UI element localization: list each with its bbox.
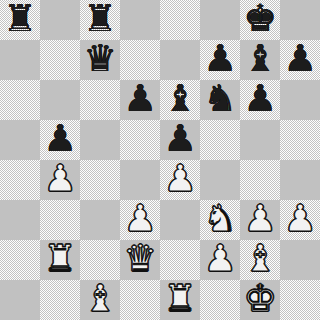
- piece-white-pawn[interactable]: ♟: [283, 200, 316, 239]
- square-f5[interactable]: [200, 120, 240, 160]
- square-g1[interactable]: ♚: [240, 280, 280, 320]
- square-d5[interactable]: [120, 120, 160, 160]
- square-a2[interactable]: [0, 240, 40, 280]
- square-c3[interactable]: [80, 200, 120, 240]
- square-a4[interactable]: [0, 160, 40, 200]
- square-e4[interactable]: ♟: [160, 160, 200, 200]
- square-h7[interactable]: ♟: [280, 40, 320, 80]
- square-f6[interactable]: ♞: [200, 80, 240, 120]
- piece-white-knight[interactable]: ♞: [203, 200, 236, 239]
- piece-white-pawn[interactable]: ♟: [163, 160, 196, 199]
- square-b8[interactable]: [40, 0, 80, 40]
- piece-black-pawn[interactable]: ♟: [203, 40, 236, 79]
- square-f1[interactable]: [200, 280, 240, 320]
- square-h3[interactable]: ♟: [280, 200, 320, 240]
- square-f8[interactable]: [200, 0, 240, 40]
- square-d4[interactable]: [120, 160, 160, 200]
- square-c1[interactable]: ♝: [80, 280, 120, 320]
- square-g2[interactable]: ♝: [240, 240, 280, 280]
- square-a3[interactable]: [0, 200, 40, 240]
- piece-black-rook[interactable]: ♜: [3, 0, 36, 39]
- square-c8[interactable]: ♜: [80, 0, 120, 40]
- square-d8[interactable]: [120, 0, 160, 40]
- piece-white-pawn[interactable]: ♟: [43, 160, 76, 199]
- square-e8[interactable]: [160, 0, 200, 40]
- piece-black-rook[interactable]: ♜: [83, 0, 116, 39]
- square-a5[interactable]: [0, 120, 40, 160]
- square-g6[interactable]: ♟: [240, 80, 280, 120]
- square-b6[interactable]: [40, 80, 80, 120]
- square-f2[interactable]: ♟: [200, 240, 240, 280]
- square-h1[interactable]: [280, 280, 320, 320]
- square-g8[interactable]: ♚: [240, 0, 280, 40]
- square-d2[interactable]: ♛: [120, 240, 160, 280]
- square-d7[interactable]: [120, 40, 160, 80]
- square-b2[interactable]: ♜: [40, 240, 80, 280]
- square-a6[interactable]: [0, 80, 40, 120]
- square-h4[interactable]: [280, 160, 320, 200]
- square-g3[interactable]: ♟: [240, 200, 280, 240]
- piece-black-knight[interactable]: ♞: [203, 80, 236, 119]
- piece-black-queen[interactable]: ♛: [83, 40, 116, 79]
- square-c5[interactable]: [80, 120, 120, 160]
- square-g7[interactable]: ♝: [240, 40, 280, 80]
- square-e5[interactable]: ♟: [160, 120, 200, 160]
- square-g4[interactable]: [240, 160, 280, 200]
- square-b5[interactable]: ♟: [40, 120, 80, 160]
- square-a1[interactable]: [0, 280, 40, 320]
- chess-board: ♜♜♚♛♟♝♟♟♝♞♟♟♟♟♟♟♞♟♟♜♛♟♝♝♜♚: [0, 0, 320, 320]
- piece-white-pawn[interactable]: ♟: [243, 200, 276, 239]
- piece-white-rook[interactable]: ♜: [43, 240, 76, 279]
- square-d1[interactable]: [120, 280, 160, 320]
- piece-black-king[interactable]: ♚: [243, 0, 276, 39]
- piece-white-king[interactable]: ♚: [243, 280, 276, 319]
- square-h5[interactable]: [280, 120, 320, 160]
- square-f4[interactable]: [200, 160, 240, 200]
- piece-white-pawn[interactable]: ♟: [203, 240, 236, 279]
- piece-black-bishop[interactable]: ♝: [243, 40, 276, 79]
- piece-white-bishop[interactable]: ♝: [83, 280, 116, 319]
- square-c4[interactable]: [80, 160, 120, 200]
- square-h2[interactable]: [280, 240, 320, 280]
- square-b7[interactable]: [40, 40, 80, 80]
- piece-white-pawn[interactable]: ♟: [123, 200, 156, 239]
- piece-black-pawn[interactable]: ♟: [163, 120, 196, 159]
- piece-black-pawn[interactable]: ♟: [43, 120, 76, 159]
- square-a7[interactable]: [0, 40, 40, 80]
- square-e6[interactable]: ♝: [160, 80, 200, 120]
- piece-black-pawn[interactable]: ♟: [123, 80, 156, 119]
- square-f3[interactable]: ♞: [200, 200, 240, 240]
- square-c6[interactable]: [80, 80, 120, 120]
- square-g5[interactable]: [240, 120, 280, 160]
- square-c7[interactable]: ♛: [80, 40, 120, 80]
- square-b3[interactable]: [40, 200, 80, 240]
- square-a8[interactable]: ♜: [0, 0, 40, 40]
- square-e3[interactable]: [160, 200, 200, 240]
- square-h6[interactable]: [280, 80, 320, 120]
- square-d3[interactable]: ♟: [120, 200, 160, 240]
- square-e7[interactable]: [160, 40, 200, 80]
- square-d6[interactable]: ♟: [120, 80, 160, 120]
- piece-black-pawn[interactable]: ♟: [283, 40, 316, 79]
- square-b1[interactable]: [40, 280, 80, 320]
- square-h8[interactable]: [280, 0, 320, 40]
- square-f7[interactable]: ♟: [200, 40, 240, 80]
- piece-black-pawn[interactable]: ♟: [243, 80, 276, 119]
- square-e1[interactable]: ♜: [160, 280, 200, 320]
- square-c2[interactable]: [80, 240, 120, 280]
- piece-white-bishop[interactable]: ♝: [243, 240, 276, 279]
- square-e2[interactable]: [160, 240, 200, 280]
- square-b4[interactable]: ♟: [40, 160, 80, 200]
- piece-white-queen[interactable]: ♛: [123, 240, 156, 279]
- piece-black-bishop[interactable]: ♝: [163, 80, 196, 119]
- piece-white-rook[interactable]: ♜: [163, 280, 196, 319]
